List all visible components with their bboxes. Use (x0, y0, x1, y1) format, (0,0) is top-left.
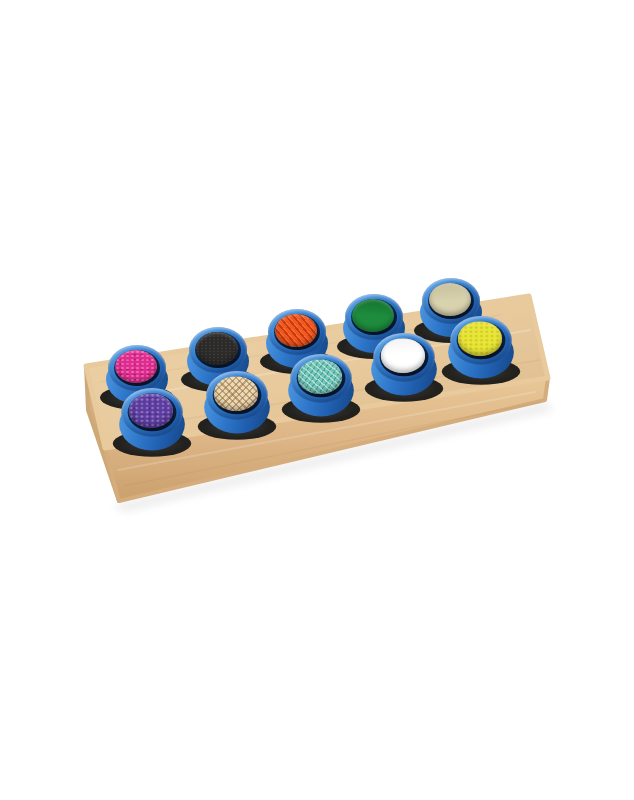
texture-insert-burlap-weave (214, 376, 259, 411)
texture-cylinder-teal-weave[interactable] (286, 354, 356, 428)
texture-insert-white-smooth (381, 338, 426, 373)
texture-insert-black-felt (196, 332, 238, 365)
texture-insert-pink-fuzzy (115, 350, 157, 383)
texture-cylinder-white-smooth[interactable] (369, 333, 439, 407)
texture-insert-orange-corduroy (275, 314, 317, 347)
texture-cylinder-yellow-sponge[interactable] (446, 316, 516, 390)
product-photo-scene (0, 0, 634, 800)
texture-cylinder-purple-fuzzy[interactable] (117, 388, 187, 462)
texture-insert-yellow-sponge (458, 321, 503, 356)
texture-insert-purple-fuzzy (129, 393, 174, 428)
texture-cylinder-burlap-weave[interactable] (202, 371, 272, 445)
texture-insert-green-smooth (352, 299, 394, 332)
texture-insert-teal-weave (298, 359, 343, 394)
pieces-layer (0, 0, 634, 800)
texture-insert-cream-smooth (429, 283, 471, 316)
